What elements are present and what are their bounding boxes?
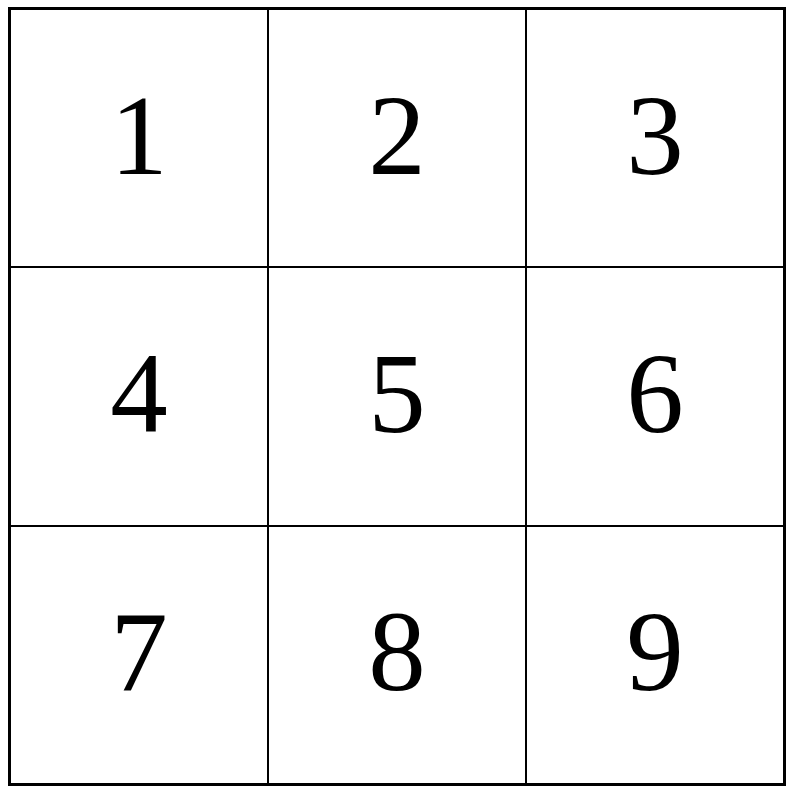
grid-cell-r1c1[interactable]: 1 <box>11 10 267 266</box>
grid-cell-r3c2[interactable]: 8 <box>269 527 525 783</box>
grid-cell-r3c3[interactable]: 9 <box>527 527 783 783</box>
puzzle-figure: 1 2 3 4 5 6 7 8 9 <box>0 0 793 797</box>
grid-cell-r1c2[interactable]: 2 <box>269 10 525 266</box>
grid-cell-r1c3[interactable]: 3 <box>527 10 783 266</box>
grid-cell-r2c2[interactable]: 5 <box>269 268 525 524</box>
puzzle-board: 1 2 3 4 5 6 7 8 9 <box>8 7 786 786</box>
grid-cell-r3c1[interactable]: 7 <box>11 527 267 783</box>
grid-cell-r2c1[interactable]: 4 <box>11 268 267 524</box>
grid-cell-r2c3[interactable]: 6 <box>527 268 783 524</box>
